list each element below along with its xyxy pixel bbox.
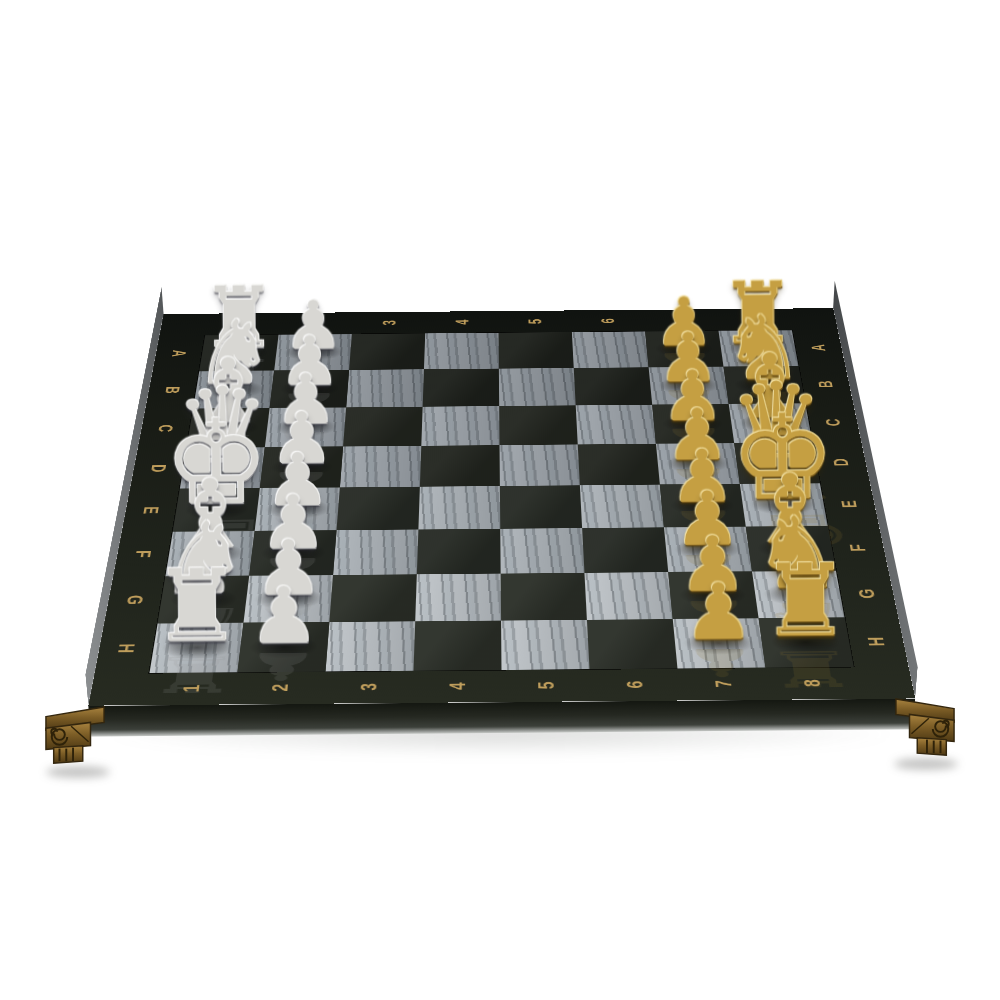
square-E5[interactable] — [500, 485, 582, 528]
square-H1[interactable]: ♜♜ — [149, 623, 243, 673]
square-G3[interactable] — [329, 574, 416, 622]
square-C4[interactable] — [421, 406, 499, 446]
square-G6[interactable] — [584, 572, 672, 620]
square-A6[interactable] — [572, 331, 649, 367]
piece-reflection: ♜ — [762, 643, 858, 693]
square-A3[interactable] — [349, 333, 425, 370]
bronze-foot-front-left — [44, 704, 106, 768]
product-photo-stage: ♜♜♟♟♟♟♜♜♞♞♟♟♟♟♞♞♝♝♟♟♟♟♝♝♛♛♟♟♟♟♛♛♚♚♟♟♟♟♚♚… — [0, 0, 1000, 1000]
square-A4[interactable] — [424, 333, 499, 370]
square-D6[interactable] — [578, 444, 660, 486]
square-H8[interactable]: ♜♜ — [759, 618, 854, 668]
square-C6[interactable] — [576, 405, 656, 445]
piece-reflection: ♜ — [145, 649, 240, 699]
square-B3[interactable] — [346, 369, 424, 407]
chessboard: ♜♜♟♟♟♟♜♜♞♞♟♟♟♟♞♞♝♝♟♟♟♟♝♝♛♛♟♟♟♟♛♛♚♚♟♟♟♟♚♚… — [88, 308, 915, 705]
square-H4[interactable] — [413, 621, 501, 671]
square-C5[interactable] — [499, 405, 578, 445]
silver-rook-glyph: ♜ — [151, 557, 241, 658]
gold-rook-glyph: ♜ — [760, 552, 850, 653]
square-F5[interactable] — [500, 528, 584, 574]
square-E4[interactable] — [418, 486, 500, 529]
square-F3[interactable] — [333, 529, 418, 575]
square-H7[interactable]: ♟♟ — [673, 618, 766, 668]
square-A5[interactable] — [499, 332, 574, 369]
square-G4[interactable] — [415, 574, 501, 622]
piece-reflection: ♟ — [236, 647, 328, 686]
scene-3d: ♜♜♟♟♟♟♜♜♞♞♟♟♟♟♞♞♝♝♟♟♟♟♝♝♛♛♟♟♟♟♛♛♚♚♟♟♟♟♚♚… — [0, 0, 1000, 1000]
square-C3[interactable] — [343, 407, 423, 447]
square-H3[interactable] — [325, 621, 415, 671]
square-H2[interactable]: ♟♟ — [237, 622, 329, 672]
bronze-foot-front-right — [894, 696, 956, 760]
square-D4[interactable] — [420, 445, 500, 487]
square-E3[interactable] — [337, 487, 420, 531]
square-D5[interactable] — [500, 444, 580, 486]
square-E6[interactable] — [580, 485, 664, 528]
square-B6[interactable] — [574, 367, 652, 405]
square-B5[interactable] — [499, 368, 576, 406]
square-F6[interactable] — [582, 527, 668, 573]
square-D3[interactable] — [340, 446, 421, 488]
square-F4[interactable] — [417, 529, 501, 575]
gold-pawn-glyph: ♟ — [683, 572, 754, 651]
piece-reflection: ♟ — [675, 643, 767, 682]
square-B4[interactable] — [423, 369, 500, 407]
board-front-edge-face — [88, 698, 915, 736]
square-H6[interactable] — [587, 619, 678, 669]
silver-pawn-glyph: ♟ — [248, 576, 319, 655]
square-G5[interactable] — [501, 573, 587, 621]
square-H5[interactable] — [501, 620, 589, 670]
board-grid: ♜♜♟♟♟♟♜♜♞♞♟♟♟♟♞♞♝♝♟♟♟♟♝♝♛♛♟♟♟♟♛♛♚♚♟♟♟♟♚♚… — [149, 330, 853, 673]
